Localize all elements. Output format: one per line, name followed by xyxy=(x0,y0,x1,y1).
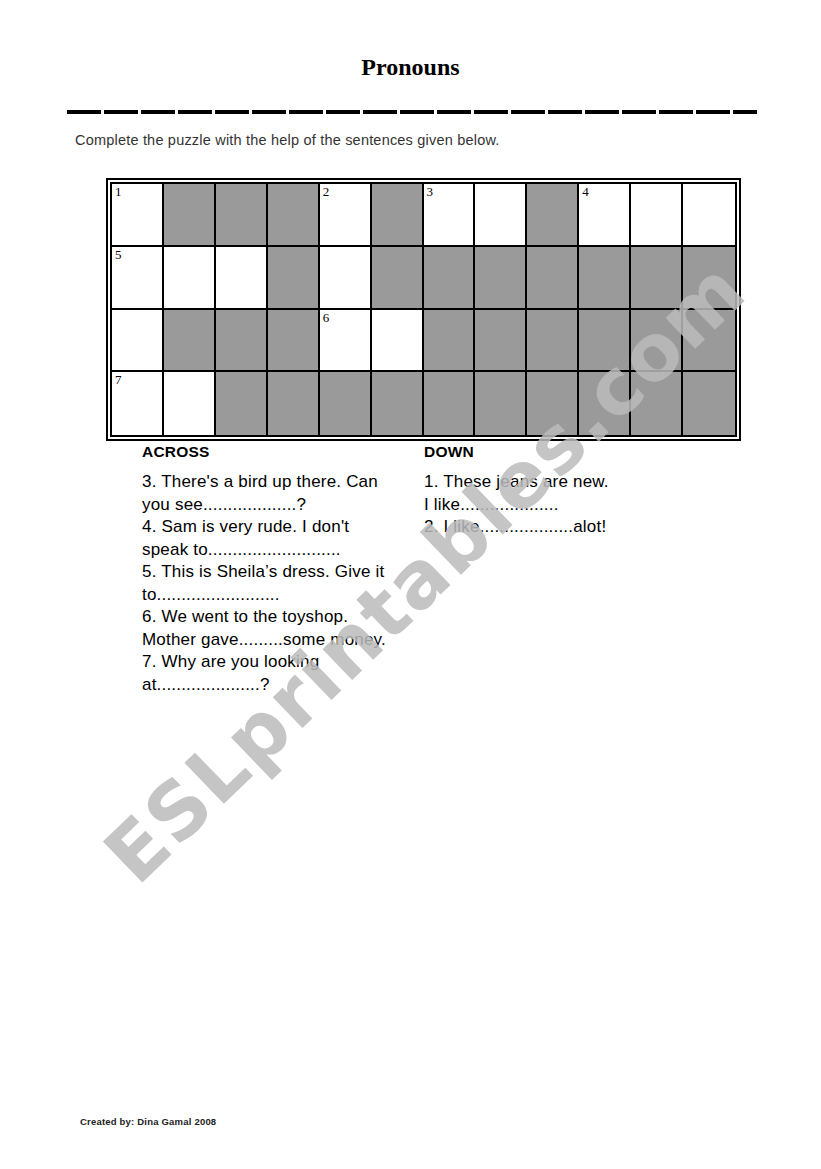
grid-cell-white[interactable]: 4 xyxy=(579,184,631,247)
grid-cell-block xyxy=(372,184,424,247)
grid-cell-block xyxy=(268,184,320,247)
page-title: Pronouns xyxy=(0,53,821,81)
grid-cell-block xyxy=(475,247,527,310)
grid-cell-white[interactable] xyxy=(164,372,216,435)
grid-cell-white[interactable]: 1 xyxy=(112,184,164,247)
grid-cell-white[interactable]: 2 xyxy=(320,184,372,247)
grid-cell-block xyxy=(475,310,527,373)
grid-cell-block xyxy=(268,372,320,435)
instruction-text: Complete the puzzle with the help of the… xyxy=(75,132,500,148)
grid-cell-block xyxy=(424,372,476,435)
grid-cell-block xyxy=(424,247,476,310)
grid-cell-white[interactable] xyxy=(112,310,164,373)
clue-number: 7 xyxy=(115,372,122,387)
grid-cell-block xyxy=(683,372,735,435)
clue-number: 4 xyxy=(582,184,589,199)
crossword-grid: 1234567 xyxy=(106,178,741,441)
grid-cell-block xyxy=(631,247,683,310)
grid-cell-block xyxy=(268,247,320,310)
grid-cell-block xyxy=(475,372,527,435)
grid-cell-white[interactable] xyxy=(683,184,735,247)
grid-cell-block xyxy=(320,372,372,435)
grid-cell-block xyxy=(216,184,268,247)
grid-cell-block xyxy=(216,372,268,435)
grid-cell-block xyxy=(527,184,579,247)
grid-cell-block xyxy=(683,310,735,373)
across-clues-section: ACROSS 3. There's a bird up there. Can y… xyxy=(142,443,472,696)
grid-cell-white[interactable] xyxy=(372,310,424,373)
grid-cell-block xyxy=(164,310,216,373)
across-header: ACROSS xyxy=(142,443,472,461)
grid-cell-block xyxy=(372,247,424,310)
grid-cell-white[interactable] xyxy=(475,184,527,247)
grid-cell-block xyxy=(164,184,216,247)
grid-cell-block xyxy=(268,310,320,373)
grid-cell-white[interactable] xyxy=(216,247,268,310)
grid-cell-block xyxy=(579,372,631,435)
clue-number: 6 xyxy=(323,310,330,325)
grid-cell-block xyxy=(683,247,735,310)
clue-number: 1 xyxy=(115,184,122,199)
grid-cell-white[interactable]: 6 xyxy=(320,310,372,373)
clue-number: 5 xyxy=(115,247,122,262)
grid-cell-block xyxy=(424,310,476,373)
grid-cell-block xyxy=(527,372,579,435)
grid-cell-white[interactable]: 7 xyxy=(112,372,164,435)
grid-cell-block xyxy=(631,310,683,373)
grid-cell-white[interactable]: 3 xyxy=(424,184,476,247)
grid-cell-white[interactable] xyxy=(164,247,216,310)
grid-cell-white[interactable]: 5 xyxy=(112,247,164,310)
grid-cell-block xyxy=(372,372,424,435)
grid-cell-block xyxy=(216,310,268,373)
grid-cell-block xyxy=(631,372,683,435)
grid-cell-block xyxy=(527,310,579,373)
grid-cell-block xyxy=(579,310,631,373)
clue-number: 3 xyxy=(427,184,434,199)
down-header: DOWN xyxy=(424,443,674,461)
worksheet-page: Pronouns Complete the puzzle with the he… xyxy=(0,0,821,1169)
crossword-grid-cells: 1234567 xyxy=(110,182,737,437)
down-clues-section: DOWN 1. These jeans are new. I like.....… xyxy=(424,443,674,539)
across-clue-list: 3. There's a bird up there. Can you see.… xyxy=(142,471,472,696)
down-clue-list: 1. These jeans are new. I like..........… xyxy=(424,471,674,539)
grid-cell-block xyxy=(527,247,579,310)
footer-credit: Created by: Dina Gamal 2008 xyxy=(80,1116,216,1127)
grid-cell-white[interactable] xyxy=(320,247,372,310)
clue-number: 2 xyxy=(323,184,330,199)
title-underline-rule xyxy=(67,110,757,114)
grid-cell-white[interactable] xyxy=(631,184,683,247)
grid-cell-block xyxy=(579,247,631,310)
